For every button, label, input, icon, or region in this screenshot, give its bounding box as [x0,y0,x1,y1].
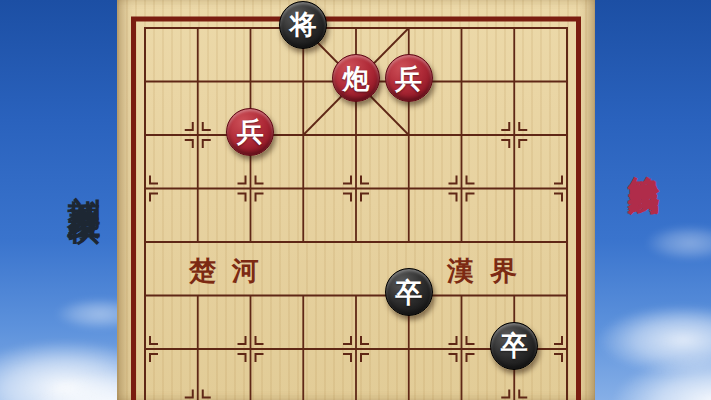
piece-layer: 将炮兵兵卒卒 [119,1,594,400]
piece-red-soldier-2[interactable]: 兵 [226,108,274,156]
piece-red-soldier-1[interactable]: 兵 [385,54,433,102]
piece-black-soldier-2[interactable]: 卒 [490,322,538,370]
right-banner-text: 绝妙实用残局 [623,151,665,163]
piece-black-soldier-1[interactable]: 卒 [385,268,433,316]
xiangqi-board: 楚河 漢界 将炮兵兵卒卒 [117,0,595,400]
left-banner-text: 刘博主象棋 [61,169,106,189]
piece-red-cannon[interactable]: 炮 [332,54,380,102]
screenshot-stage: 刘博主象棋 绝妙实用残局 楚河 漢界 将炮兵兵卒卒 [0,0,711,400]
cloud-right-wisp [645,225,711,261]
piece-black-general[interactable]: 将 [279,1,327,49]
